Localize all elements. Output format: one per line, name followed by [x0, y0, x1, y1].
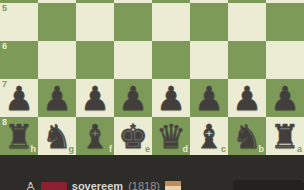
square-e7[interactable]: ♟: [114, 79, 152, 117]
square-e8[interactable]: e♚: [114, 117, 152, 155]
chess-app-viewport: 4567♟♟♟♟♟♟♟♟8h♜g♞f♝e♚d♛c♝b♞a♜ ♙ sovereem…: [0, 0, 304, 190]
square-f8[interactable]: f♝: [76, 117, 114, 155]
square-a6[interactable]: [266, 41, 304, 79]
square-f7[interactable]: ♟: [76, 79, 114, 117]
piece-black-rook-a8[interactable]: ♜: [266, 117, 304, 155]
piece-black-knight-b8[interactable]: ♞: [228, 117, 266, 155]
bottom-player-bar: ♙ sovereem (1818): [25, 180, 181, 190]
square-d8[interactable]: d♛: [152, 117, 190, 155]
piece-black-knight-g8[interactable]: ♞: [38, 117, 76, 155]
square-f5[interactable]: [76, 3, 114, 41]
rank-label-6: 6: [2, 42, 7, 51]
square-e6[interactable]: [114, 41, 152, 79]
square-c6[interactable]: [190, 41, 228, 79]
square-a7[interactable]: ♟: [266, 79, 304, 117]
player-rating: (1818): [128, 180, 160, 190]
square-g6[interactable]: [38, 41, 76, 79]
piece-black-pawn-c7[interactable]: ♟: [190, 79, 228, 117]
player-country-flag-icon: [165, 181, 181, 190]
player-clock-panel: [233, 180, 304, 190]
square-c7[interactable]: ♟: [190, 79, 228, 117]
piece-black-bishop-c8[interactable]: ♝: [190, 117, 228, 155]
square-b5[interactable]: [228, 3, 266, 41]
white-pawn-icon: ♙: [25, 181, 36, 190]
square-e5[interactable]: [114, 3, 152, 41]
piece-black-bishop-f8[interactable]: ♝: [76, 117, 114, 155]
square-h5[interactable]: 5: [0, 3, 38, 41]
square-d5[interactable]: [152, 3, 190, 41]
square-g7[interactable]: ♟: [38, 79, 76, 117]
square-d7[interactable]: ♟: [152, 79, 190, 117]
piece-black-pawn-e7[interactable]: ♟: [114, 79, 152, 117]
player-username[interactable]: sovereem: [72, 180, 123, 190]
square-c5[interactable]: [190, 3, 228, 41]
square-a8[interactable]: a♜: [266, 117, 304, 155]
square-g5[interactable]: [38, 3, 76, 41]
piece-black-queen-d8[interactable]: ♛: [152, 117, 190, 155]
piece-black-pawn-f7[interactable]: ♟: [76, 79, 114, 117]
square-b8[interactable]: b♞: [228, 117, 266, 155]
player-title-badge: [41, 182, 67, 190]
rank-label-5: 5: [2, 4, 7, 13]
square-c8[interactable]: c♝: [190, 117, 228, 155]
square-h7[interactable]: 7♟: [0, 79, 38, 117]
flag-stripe-middle: [165, 186, 181, 190]
piece-black-pawn-d7[interactable]: ♟: [152, 79, 190, 117]
piece-black-pawn-b7[interactable]: ♟: [228, 79, 266, 117]
piece-black-pawn-h7[interactable]: ♟: [0, 79, 38, 117]
square-h6[interactable]: 6: [0, 41, 38, 79]
square-h8[interactable]: 8h♜: [0, 117, 38, 155]
piece-black-rook-h8[interactable]: ♜: [0, 117, 38, 155]
square-d6[interactable]: [152, 41, 190, 79]
piece-black-pawn-g7[interactable]: ♟: [38, 79, 76, 117]
square-g8[interactable]: g♞: [38, 117, 76, 155]
piece-black-king-e8[interactable]: ♚: [114, 117, 152, 155]
piece-black-pawn-a7[interactable]: ♟: [266, 79, 304, 117]
square-a5[interactable]: [266, 3, 304, 41]
square-f6[interactable]: [76, 41, 114, 79]
square-b7[interactable]: ♟: [228, 79, 266, 117]
square-b6[interactable]: [228, 41, 266, 79]
chess-board: 4567♟♟♟♟♟♟♟♟8h♜g♞f♝e♚d♛c♝b♞a♜: [0, 0, 304, 155]
